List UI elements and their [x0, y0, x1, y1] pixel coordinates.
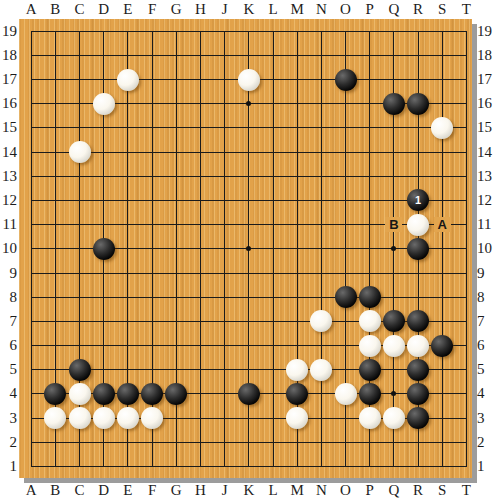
grid-line-v-S [442, 31, 443, 467]
stone-white-C14 [69, 141, 91, 163]
coord-label-left-13: 13 [0, 168, 17, 185]
coord-label-top-R: R [406, 1, 430, 18]
move-number-label: 1 [415, 195, 421, 206]
coord-label-bottom-N: N [309, 482, 333, 499]
coord-label-top-M: M [285, 1, 309, 18]
coord-label-bottom-R: R [406, 482, 430, 499]
coord-label-top-Q: Q [382, 1, 406, 18]
coord-label-bottom-K: K [237, 482, 261, 499]
coord-label-right-8: 8 [477, 289, 500, 306]
coord-label-left-12: 12 [0, 192, 17, 209]
coord-label-right-19: 19 [477, 23, 500, 40]
coord-label-top-T: T [454, 1, 478, 18]
coord-label-left-8: 8 [0, 289, 17, 306]
coord-label-top-O: O [334, 1, 358, 18]
stone-white-K17 [238, 69, 260, 91]
stone-black-R10 [407, 238, 429, 260]
stone-white-P7 [359, 310, 381, 332]
coord-label-top-G: G [164, 1, 188, 18]
stone-white-S15 [431, 117, 453, 139]
stone-black-D10 [93, 238, 115, 260]
stone-white-N5 [310, 359, 332, 381]
coord-label-right-4: 4 [477, 385, 500, 402]
coord-label-top-L: L [261, 1, 285, 18]
coord-label-bottom-O: O [334, 482, 358, 499]
coord-label-right-11: 11 [477, 216, 500, 233]
point-label-A: A [434, 217, 451, 232]
coord-label-right-18: 18 [477, 47, 500, 64]
coord-label-left-11: 11 [0, 216, 17, 233]
grid-line-h-1 [31, 466, 467, 467]
coord-label-bottom-A: A [19, 482, 43, 499]
coord-label-bottom-H: H [188, 482, 212, 499]
coord-label-left-7: 7 [0, 313, 17, 330]
coord-label-bottom-L: L [261, 482, 285, 499]
coord-label-right-6: 6 [477, 337, 500, 354]
coord-label-left-4: 4 [0, 385, 17, 402]
coord-label-right-1: 1 [477, 458, 500, 475]
stone-white-E17 [117, 69, 139, 91]
stone-black-P4 [359, 383, 381, 405]
stone-white-C3 [69, 407, 91, 429]
stone-black-D4 [93, 383, 115, 405]
stone-black-P8 [359, 286, 381, 308]
stone-black-M4 [286, 383, 308, 405]
coord-label-right-16: 16 [477, 95, 500, 112]
stone-black-O17 [335, 69, 357, 91]
coord-label-top-C: C [68, 1, 92, 18]
stone-black-G4 [165, 383, 187, 405]
coord-label-left-1: 1 [0, 458, 17, 475]
coord-label-bottom-G: G [164, 482, 188, 499]
stone-white-Q6 [383, 335, 405, 357]
grid-line-h-5 [31, 369, 467, 370]
coord-label-left-14: 14 [0, 144, 17, 161]
coord-label-bottom-T: T [454, 482, 478, 499]
stone-black-E4 [117, 383, 139, 405]
stone-white-O4 [335, 383, 357, 405]
coord-label-bottom-F: F [140, 482, 164, 499]
coord-label-top-F: F [140, 1, 164, 18]
coord-label-top-B: B [43, 1, 67, 18]
stone-black-R4 [407, 383, 429, 405]
coord-label-left-6: 6 [0, 337, 17, 354]
stone-black-R3 [407, 407, 429, 429]
coord-label-right-5: 5 [477, 361, 500, 378]
coord-label-right-9: 9 [477, 265, 500, 282]
coord-label-left-9: 9 [0, 265, 17, 282]
stone-white-M5 [286, 359, 308, 381]
coord-label-top-A: A [19, 1, 43, 18]
grid-line-v-L [273, 31, 274, 467]
coord-label-top-J: J [213, 1, 237, 18]
stone-white-P3 [359, 407, 381, 429]
point-label-B: B [385, 217, 402, 232]
coord-label-bottom-D: D [92, 482, 116, 499]
coord-label-right-7: 7 [477, 313, 500, 330]
stone-black-Q16 [383, 93, 405, 115]
coord-label-top-D: D [92, 1, 116, 18]
coord-label-top-K: K [237, 1, 261, 18]
stone-black-P5 [359, 359, 381, 381]
coord-label-top-H: H [188, 1, 212, 18]
coord-label-left-2: 2 [0, 434, 17, 451]
coord-label-right-3: 3 [477, 410, 500, 427]
stone-white-P6 [359, 335, 381, 357]
stone-black-F4 [141, 383, 163, 405]
coord-label-bottom-P: P [358, 482, 382, 499]
coord-label-top-P: P [358, 1, 382, 18]
stone-white-F3 [141, 407, 163, 429]
coord-label-right-14: 14 [477, 144, 500, 161]
coord-label-left-3: 3 [0, 410, 17, 427]
coord-label-left-15: 15 [0, 119, 17, 136]
coord-label-bottom-S: S [430, 482, 454, 499]
stone-white-D16 [93, 93, 115, 115]
stone-white-R6 [407, 335, 429, 357]
stone-white-C4 [69, 383, 91, 405]
grid-line-h-2 [31, 442, 467, 443]
coord-label-left-5: 5 [0, 361, 17, 378]
stone-white-E3 [117, 407, 139, 429]
coord-label-top-N: N [309, 1, 333, 18]
coord-label-right-15: 15 [477, 119, 500, 136]
grid-line-h-9 [31, 273, 467, 274]
coord-label-right-10: 10 [477, 240, 500, 257]
coord-label-top-E: E [116, 1, 140, 18]
coord-label-bottom-C: C [68, 482, 92, 499]
stone-white-R11 [407, 214, 429, 236]
coord-label-left-17: 17 [0, 71, 17, 88]
coord-label-top-S: S [430, 1, 454, 18]
coord-label-bottom-E: E [116, 482, 140, 499]
stone-white-Q3 [383, 407, 405, 429]
stone-black-R5 [407, 359, 429, 381]
coord-label-bottom-J: J [213, 482, 237, 499]
coord-label-right-13: 13 [477, 168, 500, 185]
coord-label-bottom-B: B [43, 482, 67, 499]
stone-black-R16 [407, 93, 429, 115]
coord-label-left-16: 16 [0, 95, 17, 112]
grid-line-v-T [466, 31, 467, 467]
grid-line-h-8 [31, 297, 467, 298]
coord-label-right-17: 17 [477, 71, 500, 88]
stone-black-O8 [335, 286, 357, 308]
coord-label-left-19: 19 [0, 23, 17, 40]
coord-label-bottom-M: M [285, 482, 309, 499]
grid-line-v-N [321, 31, 322, 467]
stone-black-C5 [69, 359, 91, 381]
coord-label-right-2: 2 [477, 434, 500, 451]
coord-label-left-18: 18 [0, 47, 17, 64]
coord-label-right-12: 12 [477, 192, 500, 209]
coord-label-left-10: 10 [0, 240, 17, 257]
stone-white-D3 [93, 407, 115, 429]
go-board-screenshot: AB1AABBCCDDEEFFGGHHJJKKLLMMNNOOPPQQRRSST… [0, 0, 500, 500]
coord-label-bottom-Q: Q [382, 482, 406, 499]
stone-black-S6 [431, 335, 453, 357]
stone-black-K4 [238, 383, 260, 405]
